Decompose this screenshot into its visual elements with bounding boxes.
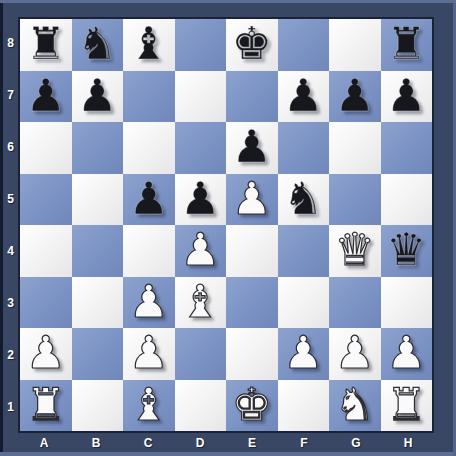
- square-c2[interactable]: ♟: [123, 328, 175, 380]
- square-d1[interactable]: [175, 380, 227, 432]
- square-g4[interactable]: ♛: [329, 225, 381, 277]
- square-c6[interactable]: [123, 122, 175, 174]
- square-h5[interactable]: [381, 174, 433, 226]
- white-pawn-piece: ♟: [232, 176, 272, 221]
- black-pawn-piece: ♟: [77, 73, 117, 118]
- square-f7[interactable]: ♟: [278, 71, 330, 123]
- white-pawn-piece: ♟: [129, 279, 169, 324]
- black-knight-piece: ♞: [283, 176, 323, 221]
- square-e3[interactable]: [226, 277, 278, 329]
- square-h3[interactable]: [381, 277, 433, 329]
- rank-label-2: 2: [0, 329, 18, 381]
- square-h8[interactable]: ♜: [381, 19, 433, 71]
- square-c8[interactable]: ♝: [123, 19, 175, 71]
- square-d7[interactable]: [175, 71, 227, 123]
- square-d4[interactable]: ♟: [175, 225, 227, 277]
- square-a1[interactable]: ♜: [20, 380, 72, 432]
- black-pawn-piece: ♟: [283, 73, 323, 118]
- chess-board-frame: ♜♞♝♚♜♟♟♟♟♟♟♟♟♟♞♟♛♛♟♝♟♟♟♟♟♜♝♚♞♜ ABCDEFGH …: [0, 0, 456, 456]
- rank-label-7: 7: [0, 69, 18, 121]
- black-pawn-piece: ♟: [180, 176, 220, 221]
- file-label-g: G: [330, 431, 382, 454]
- square-d6[interactable]: [175, 122, 227, 174]
- rank-labels: 87654321: [0, 17, 18, 433]
- square-a4[interactable]: [20, 225, 72, 277]
- white-pawn-piece: ♟: [386, 330, 426, 375]
- square-e6[interactable]: ♟: [226, 122, 278, 174]
- square-g6[interactable]: [329, 122, 381, 174]
- square-a5[interactable]: [20, 174, 72, 226]
- square-f5[interactable]: ♞: [278, 174, 330, 226]
- square-f8[interactable]: [278, 19, 330, 71]
- square-a7[interactable]: ♟: [20, 71, 72, 123]
- square-h2[interactable]: ♟: [381, 328, 433, 380]
- white-pawn-piece: ♟: [180, 227, 220, 272]
- rank-label-5: 5: [0, 173, 18, 225]
- square-f1[interactable]: [278, 380, 330, 432]
- square-e4[interactable]: [226, 225, 278, 277]
- white-queen-piece: ♛: [335, 227, 375, 272]
- square-d3[interactable]: ♝: [175, 277, 227, 329]
- rank-label-1: 1: [0, 381, 18, 433]
- square-g8[interactable]: [329, 19, 381, 71]
- square-d8[interactable]: [175, 19, 227, 71]
- file-label-h: H: [382, 431, 434, 454]
- white-rook-piece: ♜: [386, 382, 426, 427]
- square-g5[interactable]: [329, 174, 381, 226]
- black-pawn-piece: ♟: [129, 176, 169, 221]
- white-pawn-piece: ♟: [335, 330, 375, 375]
- white-king-piece: ♚: [232, 382, 272, 427]
- file-label-d: D: [174, 431, 226, 454]
- square-f6[interactable]: [278, 122, 330, 174]
- square-b2[interactable]: [72, 328, 124, 380]
- white-pawn-piece: ♟: [283, 330, 323, 375]
- white-pawn-piece: ♟: [129, 330, 169, 375]
- file-label-a: A: [18, 431, 70, 454]
- square-b1[interactable]: [72, 380, 124, 432]
- square-d5[interactable]: ♟: [175, 174, 227, 226]
- square-a2[interactable]: ♟: [20, 328, 72, 380]
- white-bishop-piece: ♝: [129, 382, 169, 427]
- black-pawn-piece: ♟: [26, 73, 66, 118]
- square-h6[interactable]: [381, 122, 433, 174]
- rank-label-8: 8: [0, 17, 18, 69]
- square-c3[interactable]: ♟: [123, 277, 175, 329]
- rank-label-4: 4: [0, 225, 18, 277]
- square-e8[interactable]: ♚: [226, 19, 278, 71]
- square-c1[interactable]: ♝: [123, 380, 175, 432]
- square-e1[interactable]: ♚: [226, 380, 278, 432]
- rank-label-6: 6: [0, 121, 18, 173]
- white-rook-piece: ♜: [26, 382, 66, 427]
- black-rook-piece: ♜: [26, 21, 66, 66]
- black-pawn-piece: ♟: [232, 124, 272, 169]
- white-knight-piece: ♞: [335, 382, 375, 427]
- square-e5[interactable]: ♟: [226, 174, 278, 226]
- white-pawn-piece: ♟: [26, 330, 66, 375]
- black-knight-piece: ♞: [77, 21, 117, 66]
- black-rook-piece: ♜: [386, 21, 426, 66]
- square-h7[interactable]: ♟: [381, 71, 433, 123]
- square-e7[interactable]: [226, 71, 278, 123]
- file-label-f: F: [278, 431, 330, 454]
- square-b4[interactable]: [72, 225, 124, 277]
- file-label-b: B: [70, 431, 122, 454]
- square-a6[interactable]: [20, 122, 72, 174]
- rank-label-3: 3: [0, 277, 18, 329]
- square-h1[interactable]: ♜: [381, 380, 433, 432]
- square-b3[interactable]: [72, 277, 124, 329]
- file-label-e: E: [226, 431, 278, 454]
- square-g7[interactable]: ♟: [329, 71, 381, 123]
- square-h4[interactable]: ♛: [381, 225, 433, 277]
- square-a8[interactable]: ♜: [20, 19, 72, 71]
- black-king-piece: ♚: [232, 21, 272, 66]
- file-label-c: C: [122, 431, 174, 454]
- square-g1[interactable]: ♞: [329, 380, 381, 432]
- black-bishop-piece: ♝: [129, 21, 169, 66]
- square-f3[interactable]: [278, 277, 330, 329]
- square-b5[interactable]: [72, 174, 124, 226]
- black-pawn-piece: ♟: [335, 73, 375, 118]
- file-labels: ABCDEFGH: [18, 431, 434, 454]
- square-a3[interactable]: [20, 277, 72, 329]
- square-c4[interactable]: [123, 225, 175, 277]
- black-pawn-piece: ♟: [386, 73, 426, 118]
- square-b7[interactable]: ♟: [72, 71, 124, 123]
- square-g3[interactable]: [329, 277, 381, 329]
- chess-board: ♜♞♝♚♜♟♟♟♟♟♟♟♟♟♞♟♛♛♟♝♟♟♟♟♟♜♝♚♞♜: [18, 17, 434, 433]
- square-f4[interactable]: [278, 225, 330, 277]
- square-g2[interactable]: ♟: [329, 328, 381, 380]
- square-c5[interactable]: ♟: [123, 174, 175, 226]
- square-b8[interactable]: ♞: [72, 19, 124, 71]
- square-c7[interactable]: [123, 71, 175, 123]
- square-e2[interactable]: [226, 328, 278, 380]
- square-b6[interactable]: [72, 122, 124, 174]
- black-queen-piece: ♛: [386, 227, 426, 272]
- square-f2[interactable]: ♟: [278, 328, 330, 380]
- white-bishop-piece: ♝: [180, 279, 220, 324]
- square-d2[interactable]: [175, 328, 227, 380]
